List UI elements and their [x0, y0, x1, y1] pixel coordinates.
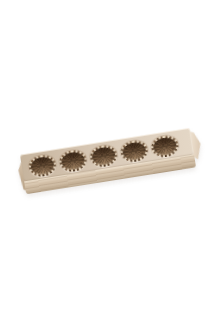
pit-3[interactable] [89, 143, 119, 168]
product-photo-scene [0, 0, 213, 320]
pit-5[interactable] [150, 133, 180, 158]
pit-1[interactable] [27, 153, 57, 178]
pit-2[interactable] [58, 148, 88, 173]
mancala-board [20, 128, 196, 194]
pit-4[interactable] [119, 138, 149, 163]
